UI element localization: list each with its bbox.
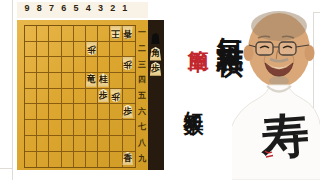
rank-label: 四 — [136, 72, 148, 88]
board-square — [37, 152, 49, 168]
board-square — [98, 136, 110, 152]
board-square — [37, 120, 49, 136]
board-square — [37, 42, 49, 58]
tag-short-text: 短手数 — [181, 95, 208, 103]
file-label: 3 — [94, 0, 106, 16]
board-square — [49, 26, 61, 42]
board-square — [86, 89, 98, 105]
hand-piece: 角 — [150, 47, 162, 61]
rank-label: 九 — [136, 151, 148, 167]
board-square — [110, 57, 122, 73]
board-square — [37, 89, 49, 105]
board-square — [62, 136, 74, 152]
board-square — [86, 104, 98, 120]
board-square — [98, 104, 110, 120]
board-square — [49, 136, 61, 152]
board-square — [62, 152, 74, 168]
hand-pieces: 角歩 — [150, 47, 162, 76]
rank-label: 三 — [136, 56, 148, 72]
shirt-kanji: 寿 — [258, 107, 311, 163]
ear-left — [244, 45, 254, 61]
shogi-board: 987654321 一二三四五六七八九 角歩 王香歩歩竜桂歩歩歩香 — [14, 0, 164, 180]
board-square — [49, 89, 61, 105]
tag-easy-text: 簡単 — [184, 33, 212, 37]
board-square — [25, 89, 37, 105]
board-square — [25, 120, 37, 136]
file-label: 1 — [119, 0, 131, 16]
presenter-photo: 寿 — [232, 0, 320, 180]
board-square — [49, 120, 61, 136]
file-label: 8 — [33, 0, 45, 16]
board-square — [74, 57, 86, 73]
board-square — [74, 120, 86, 136]
board-square — [110, 73, 122, 89]
glasses-lens-left — [256, 42, 273, 55]
board-square — [62, 57, 74, 73]
file-label: 4 — [82, 0, 94, 16]
board-square — [86, 26, 98, 42]
file-label: 2 — [107, 0, 119, 16]
board-square — [62, 89, 74, 105]
board-square — [37, 26, 49, 42]
file-label: 6 — [58, 0, 70, 16]
board-square — [123, 136, 135, 152]
board-square — [123, 42, 135, 58]
board-square — [25, 57, 37, 73]
rank-label: 五 — [136, 88, 148, 104]
board-square — [74, 26, 86, 42]
board-square — [49, 152, 61, 168]
shaved-hair — [251, 11, 307, 41]
file-label: 5 — [70, 0, 82, 16]
ear-right — [305, 45, 315, 61]
board-square — [98, 42, 110, 58]
board-square — [49, 57, 61, 73]
hand-piece: 歩 — [150, 62, 162, 76]
rank-label: 二 — [136, 41, 148, 57]
board-square — [49, 73, 61, 89]
board-square — [37, 57, 49, 73]
board-square — [74, 104, 86, 120]
board-square — [110, 104, 122, 120]
board-square — [62, 120, 74, 136]
board-square — [25, 73, 37, 89]
board-square — [37, 73, 49, 89]
board-square — [86, 136, 98, 152]
rank-labels: 一二三四五六七八九 — [136, 25, 148, 166]
rank-label: 八 — [136, 135, 148, 151]
board-square — [37, 136, 49, 152]
board-square — [98, 26, 110, 42]
board-square — [25, 104, 37, 120]
board-square — [74, 42, 86, 58]
board-square — [98, 57, 110, 73]
board-square — [110, 120, 122, 136]
board-square — [25, 26, 37, 42]
rank-label: 七 — [136, 119, 148, 135]
board-square — [110, 136, 122, 152]
board-square — [123, 120, 135, 136]
left-gutter-line — [12, 0, 13, 180]
left-bottom-line — [0, 168, 12, 169]
file-label: 7 — [45, 0, 57, 16]
glasses-lens-right — [279, 42, 296, 55]
board-square — [123, 73, 135, 89]
board-square — [37, 104, 49, 120]
board-square — [98, 152, 110, 168]
board-square — [74, 89, 86, 105]
board-square — [25, 152, 37, 168]
board-square — [49, 42, 61, 58]
board-square — [86, 57, 98, 73]
file-labels: 987654321 — [21, 0, 131, 16]
board-square — [74, 136, 86, 152]
rank-label: 一 — [136, 25, 148, 41]
board-square — [123, 89, 135, 105]
board-square — [74, 152, 86, 168]
rank-label: 六 — [136, 103, 148, 119]
board-square — [25, 136, 37, 152]
board-square — [62, 42, 74, 58]
file-label: 9 — [21, 0, 33, 16]
board-square — [49, 104, 61, 120]
board-square — [86, 152, 98, 168]
board-square — [110, 42, 122, 58]
board-square — [110, 152, 122, 168]
board-square — [62, 104, 74, 120]
board-square — [25, 42, 37, 58]
board-square — [86, 120, 98, 136]
board-square — [74, 73, 86, 89]
board-square — [62, 73, 74, 89]
board-square — [62, 26, 74, 42]
board-square — [98, 120, 110, 136]
